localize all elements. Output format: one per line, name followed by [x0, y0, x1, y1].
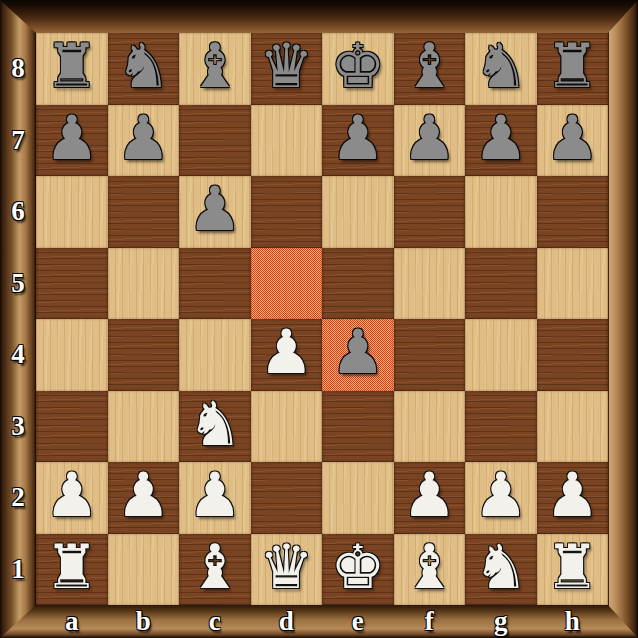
file-label-f: f	[394, 605, 466, 638]
square-d3[interactable]	[251, 391, 323, 463]
black-bishop[interactable]: ♝	[187, 35, 242, 96]
square-d4[interactable]: ♟	[251, 319, 323, 391]
square-a7[interactable]: ♟	[36, 105, 108, 177]
square-g2[interactable]: ♟	[465, 462, 537, 534]
square-a5[interactable]	[36, 248, 108, 320]
square-f3[interactable]	[394, 391, 466, 463]
square-g6[interactable]	[465, 176, 537, 248]
square-c5[interactable]	[179, 248, 251, 320]
square-c2[interactable]: ♟	[179, 462, 251, 534]
square-a6[interactable]	[36, 176, 108, 248]
black-pawn[interactable]: ♟	[187, 178, 242, 239]
square-b8[interactable]: ♞	[108, 33, 180, 105]
white-queen[interactable]: ♛	[259, 536, 314, 597]
black-pawn[interactable]: ♟	[473, 107, 528, 168]
square-e8[interactable]: ♚	[322, 33, 394, 105]
black-knight[interactable]: ♞	[116, 35, 171, 96]
white-rook[interactable]: ♜	[545, 536, 600, 597]
square-c4[interactable]	[179, 319, 251, 391]
square-c7[interactable]	[179, 105, 251, 177]
rank-label-8: 8	[0, 33, 36, 105]
square-c8[interactable]: ♝	[179, 33, 251, 105]
square-e3[interactable]	[322, 391, 394, 463]
file-label-h: h	[537, 605, 609, 638]
black-pawn[interactable]: ♟	[44, 107, 99, 168]
square-f2[interactable]: ♟	[394, 462, 466, 534]
square-d6[interactable]	[251, 176, 323, 248]
black-rook[interactable]: ♜	[44, 35, 99, 96]
square-g7[interactable]: ♟	[465, 105, 537, 177]
file-label-a: a	[36, 605, 108, 638]
rank-label-3: 3	[0, 391, 36, 463]
white-knight[interactable]: ♞	[187, 393, 242, 454]
square-a8[interactable]: ♜	[36, 33, 108, 105]
rank-label-2: 2	[0, 462, 36, 534]
black-bishop[interactable]: ♝	[402, 35, 457, 96]
square-b1[interactable]	[108, 534, 180, 606]
file-labels: abcdefgh	[36, 605, 608, 638]
board-frame-right	[608, 0, 638, 638]
black-pawn[interactable]: ♟	[402, 107, 457, 168]
square-g1[interactable]: ♞	[465, 534, 537, 606]
square-e1[interactable]: ♚	[322, 534, 394, 606]
square-b5[interactable]	[108, 248, 180, 320]
white-knight[interactable]: ♞	[473, 536, 528, 597]
square-a3[interactable]	[36, 391, 108, 463]
rank-label-7: 7	[0, 105, 36, 177]
square-f6[interactable]	[394, 176, 466, 248]
white-king[interactable]: ♚	[330, 536, 385, 597]
white-pawn[interactable]: ♟	[473, 464, 528, 525]
file-label-e: e	[322, 605, 394, 638]
square-h6[interactable]	[537, 176, 609, 248]
chess-board: ♜♞♝♛♚♝♞♜♟♟♟♟♟♟♟♟♟♞♟♟♟♟♟♟♜♝♛♚♝♞♜	[36, 33, 608, 605]
square-f5[interactable]	[394, 248, 466, 320]
square-h7[interactable]: ♟	[537, 105, 609, 177]
file-label-b: b	[108, 605, 180, 638]
square-h8[interactable]: ♜	[537, 33, 609, 105]
square-f8[interactable]: ♝	[394, 33, 466, 105]
square-h4[interactable]	[537, 319, 609, 391]
square-e4[interactable]: ♟	[322, 319, 394, 391]
white-pawn[interactable]: ♟	[187, 464, 242, 525]
square-g3[interactable]	[465, 391, 537, 463]
black-queen[interactable]: ♛	[259, 35, 314, 96]
white-bishop[interactable]: ♝	[402, 536, 457, 597]
black-rook[interactable]: ♜	[545, 35, 600, 96]
black-pawn[interactable]: ♟	[116, 107, 171, 168]
square-b3[interactable]	[108, 391, 180, 463]
black-pawn[interactable]: ♟	[330, 107, 385, 168]
square-e2[interactable]	[322, 462, 394, 534]
file-label-g: g	[465, 605, 537, 638]
square-b6[interactable]	[108, 176, 180, 248]
square-e7[interactable]: ♟	[322, 105, 394, 177]
square-c1[interactable]: ♝	[179, 534, 251, 606]
square-a4[interactable]	[36, 319, 108, 391]
square-f7[interactable]: ♟	[394, 105, 466, 177]
square-d7[interactable]	[251, 105, 323, 177]
square-f1[interactable]: ♝	[394, 534, 466, 606]
rank-label-1: 1	[0, 534, 36, 606]
square-c6[interactable]: ♟	[179, 176, 251, 248]
rank-label-6: 6	[0, 176, 36, 248]
file-label-c: c	[179, 605, 251, 638]
square-g5[interactable]	[465, 248, 537, 320]
rank-label-5: 5	[0, 248, 36, 320]
square-b7[interactable]: ♟	[108, 105, 180, 177]
square-g4[interactable]	[465, 319, 537, 391]
file-label-d: d	[251, 605, 323, 638]
rank-label-4: 4	[0, 319, 36, 391]
square-h2[interactable]: ♟	[537, 462, 609, 534]
square-h5[interactable]	[537, 248, 609, 320]
square-g8[interactable]: ♞	[465, 33, 537, 105]
square-d8[interactable]: ♛	[251, 33, 323, 105]
black-king[interactable]: ♚	[330, 35, 385, 96]
white-pawn[interactable]: ♟	[116, 464, 171, 525]
chess-app: ♜♞♝♛♚♝♞♜♟♟♟♟♟♟♟♟♟♞♟♟♟♟♟♟♜♝♛♚♝♞♜ 87654321…	[0, 0, 638, 638]
square-e5[interactable]	[322, 248, 394, 320]
square-d5[interactable]	[251, 248, 323, 320]
square-a2[interactable]: ♟	[36, 462, 108, 534]
square-b4[interactable]	[108, 319, 180, 391]
black-pawn[interactable]: ♟	[545, 107, 600, 168]
white-bishop[interactable]: ♝	[187, 536, 242, 597]
black-knight[interactable]: ♞	[473, 35, 528, 96]
rank-labels: 87654321	[0, 33, 36, 605]
board-frame-top	[0, 0, 638, 33]
black-pawn[interactable]: ♟	[330, 321, 385, 382]
square-h3[interactable]	[537, 391, 609, 463]
white-rook[interactable]: ♜	[44, 536, 99, 597]
square-e6[interactable]	[322, 176, 394, 248]
white-pawn[interactable]: ♟	[545, 464, 600, 525]
square-d1[interactable]: ♛	[251, 534, 323, 606]
square-b2[interactable]: ♟	[108, 462, 180, 534]
square-c3[interactable]: ♞	[179, 391, 251, 463]
square-h1[interactable]: ♜	[537, 534, 609, 606]
square-f4[interactable]	[394, 319, 466, 391]
square-a1[interactable]: ♜	[36, 534, 108, 606]
white-pawn[interactable]: ♟	[259, 321, 314, 382]
square-d2[interactable]	[251, 462, 323, 534]
white-pawn[interactable]: ♟	[402, 464, 457, 525]
white-pawn[interactable]: ♟	[44, 464, 99, 525]
